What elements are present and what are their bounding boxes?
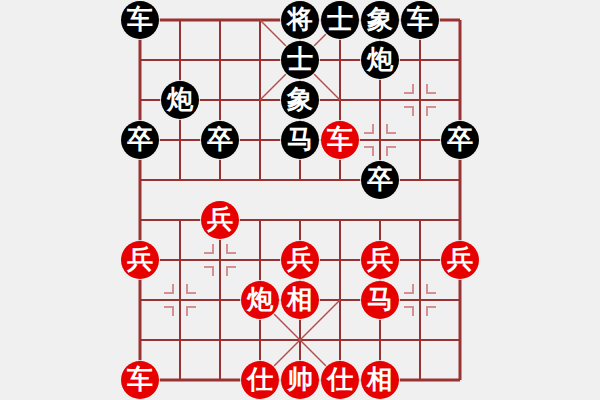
black-chariot[interactable]: 车	[401, 1, 439, 39]
board-point[interactable]	[320, 40, 360, 80]
board-point[interactable]	[120, 200, 160, 240]
red-chariot[interactable]: 车	[121, 361, 159, 399]
board-point[interactable]: 兵	[280, 240, 320, 280]
board-point[interactable]	[160, 320, 200, 360]
board-point[interactable]	[200, 0, 240, 40]
board-point[interactable]	[240, 320, 280, 360]
board-point[interactable]	[240, 80, 280, 120]
board-point[interactable]	[160, 160, 200, 200]
board-point[interactable]: 象	[360, 0, 400, 40]
black-pawn[interactable]: 卒	[441, 121, 479, 159]
board-point[interactable]	[160, 240, 200, 280]
board-point[interactable]	[440, 360, 480, 400]
red-chariot[interactable]: 车	[321, 121, 359, 159]
board-point[interactable]	[400, 200, 440, 240]
board-point[interactable]: 仕	[240, 360, 280, 400]
black-cannon[interactable]: 炮	[361, 41, 399, 79]
board-point[interactable]	[400, 40, 440, 80]
board-point[interactable]	[400, 120, 440, 160]
board-point[interactable]: 马	[280, 120, 320, 160]
board-point[interactable]: 仕	[320, 360, 360, 400]
board-point[interactable]	[320, 80, 360, 120]
black-elephant[interactable]: 象	[281, 81, 319, 119]
board-point[interactable]: 车	[120, 360, 160, 400]
board-point[interactable]	[440, 160, 480, 200]
black-chariot[interactable]: 车	[121, 1, 159, 39]
board-point[interactable]	[320, 280, 360, 320]
board-point[interactable]: 帅	[280, 360, 320, 400]
red-horse[interactable]: 马	[361, 281, 399, 319]
board-point[interactable]	[160, 120, 200, 160]
board-point[interactable]	[120, 320, 160, 360]
board-point[interactable]	[400, 360, 440, 400]
black-horse[interactable]: 马	[281, 121, 319, 159]
board-point[interactable]	[120, 40, 160, 80]
board-point[interactable]: 炮	[240, 280, 280, 320]
board-point[interactable]: 卒	[360, 160, 400, 200]
board-point[interactable]	[160, 200, 200, 240]
board-point[interactable]	[360, 200, 400, 240]
black-advisor[interactable]: 士	[321, 1, 359, 39]
board-point[interactable]: 士	[280, 40, 320, 80]
red-pawn[interactable]: 兵	[281, 241, 319, 279]
board-point[interactable]: 象	[280, 80, 320, 120]
board-point[interactable]	[360, 120, 400, 160]
board-point[interactable]	[120, 160, 160, 200]
board-point[interactable]	[440, 320, 480, 360]
board-point[interactable]: 兵	[440, 240, 480, 280]
black-cannon[interactable]: 炮	[161, 81, 199, 119]
board-point[interactable]	[400, 280, 440, 320]
board-point[interactable]	[440, 80, 480, 120]
xiangqi-board: 车将士象车士炮炮象卒卒马车卒卒兵兵兵兵兵炮相马车仕帅仕相	[0, 0, 600, 400]
board-point[interactable]	[160, 360, 200, 400]
board-point[interactable]: 车	[400, 0, 440, 40]
board-point[interactable]	[280, 200, 320, 240]
board-point[interactable]	[200, 40, 240, 80]
board-point[interactable]: 炮	[160, 80, 200, 120]
red-elephant[interactable]: 相	[281, 281, 319, 319]
board-point[interactable]: 将	[280, 0, 320, 40]
board-point[interactable]: 士	[320, 0, 360, 40]
red-pawn[interactable]: 兵	[441, 241, 479, 279]
board-point[interactable]	[400, 160, 440, 200]
board-point[interactable]: 相	[360, 360, 400, 400]
board-point[interactable]: 卒	[440, 120, 480, 160]
board-point[interactable]: 兵	[200, 200, 240, 240]
board-grid: 车将士象车士炮炮象卒卒马车卒卒兵兵兵兵兵炮相马车仕帅仕相	[120, 0, 480, 400]
board-point[interactable]	[240, 40, 280, 80]
board-point[interactable]: 相	[280, 280, 320, 320]
board-point[interactable]	[200, 160, 240, 200]
black-advisor[interactable]: 士	[281, 41, 319, 79]
board-point[interactable]	[160, 0, 200, 40]
board-point[interactable]	[320, 240, 360, 280]
board-point[interactable]	[160, 280, 200, 320]
board-point[interactable]	[320, 320, 360, 360]
board-point[interactable]: 马	[360, 280, 400, 320]
board-point[interactable]	[280, 160, 320, 200]
red-advisor[interactable]: 仕	[241, 361, 279, 399]
black-pawn[interactable]: 卒	[201, 121, 239, 159]
black-king[interactable]: 将	[281, 1, 319, 39]
red-king[interactable]: 帅	[281, 361, 319, 399]
board-point[interactable]	[120, 80, 160, 120]
red-pawn[interactable]: 兵	[201, 201, 239, 239]
board-point[interactable]	[440, 40, 480, 80]
board-point[interactable]	[200, 360, 240, 400]
board-point[interactable]	[200, 280, 240, 320]
red-pawn[interactable]: 兵	[361, 241, 399, 279]
board-point[interactable]: 卒	[200, 120, 240, 160]
board-point[interactable]: 兵	[360, 240, 400, 280]
board-point[interactable]	[400, 320, 440, 360]
board-point[interactable]: 兵	[120, 240, 160, 280]
board-point[interactable]: 车	[120, 0, 160, 40]
board-point[interactable]	[240, 200, 280, 240]
board-point[interactable]	[360, 320, 400, 360]
board-point[interactable]	[400, 80, 440, 120]
board-point[interactable]	[160, 40, 200, 80]
board-point[interactable]: 卒	[120, 120, 160, 160]
board-point[interactable]	[240, 120, 280, 160]
board-point[interactable]	[440, 0, 480, 40]
red-cannon[interactable]: 炮	[241, 281, 279, 319]
board-point[interactable]: 车	[320, 120, 360, 160]
board-point[interactable]	[200, 240, 240, 280]
board-point[interactable]	[200, 80, 240, 120]
board-point[interactable]: 炮	[360, 40, 400, 80]
board-point[interactable]	[200, 320, 240, 360]
red-advisor[interactable]: 仕	[321, 361, 359, 399]
board-point[interactable]	[280, 320, 320, 360]
board-point[interactable]	[240, 160, 280, 200]
board-point[interactable]	[240, 240, 280, 280]
black-pawn[interactable]: 卒	[121, 121, 159, 159]
board-point[interactable]	[120, 280, 160, 320]
board-point[interactable]	[440, 200, 480, 240]
board-point[interactable]	[440, 280, 480, 320]
black-elephant[interactable]: 象	[361, 1, 399, 39]
black-pawn[interactable]: 卒	[361, 161, 399, 199]
board-point[interactable]	[360, 80, 400, 120]
red-elephant[interactable]: 相	[361, 361, 399, 399]
board-point[interactable]	[400, 240, 440, 280]
red-pawn[interactable]: 兵	[121, 241, 159, 279]
board-point[interactable]	[240, 0, 280, 40]
board-point[interactable]	[320, 160, 360, 200]
board-point[interactable]	[320, 200, 360, 240]
